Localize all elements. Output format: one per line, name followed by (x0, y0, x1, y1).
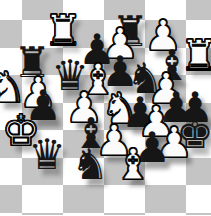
piece-black-knight[interactable]: ♞ (71, 144, 109, 186)
board-square[interactable] (145, 185, 186, 213)
board-square[interactable] (186, 0, 211, 20)
board-square[interactable] (145, 213, 186, 216)
board-square[interactable] (186, 185, 211, 213)
board-square[interactable] (0, 0, 22, 20)
board-square[interactable] (0, 213, 22, 216)
piece-black-queen[interactable]: ♛ (28, 134, 66, 176)
piece-white-bishop[interactable]: ♝ (114, 144, 152, 186)
board-square[interactable] (104, 185, 145, 213)
board-square[interactable] (63, 213, 104, 216)
board-square[interactable] (22, 185, 63, 213)
board-square[interactable] (0, 158, 22, 186)
chessboard: ♜♜♟♟♟♜♛♝♟♞♝♜♞♟♟♟♞♟♟♟♟♟♚♝♟♟♟♚♛♞♝ (0, 0, 211, 215)
board-square[interactable] (22, 213, 63, 216)
board-square[interactable] (63, 185, 104, 213)
board-square[interactable] (104, 213, 145, 216)
board-square[interactable] (0, 185, 22, 213)
board-square[interactable] (186, 213, 211, 216)
